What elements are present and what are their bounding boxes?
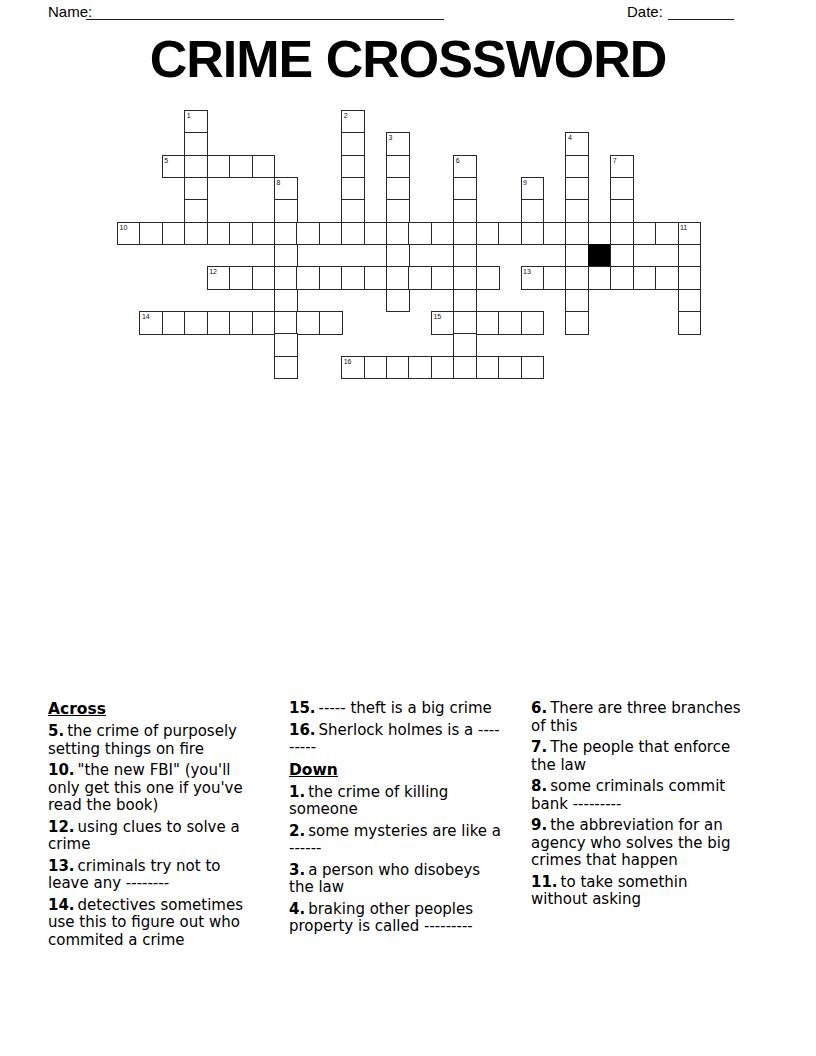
grid-cell[interactable] <box>296 266 320 290</box>
grid-clue-number-11: 11 <box>680 224 687 231</box>
page-title: CRIME CROSSWORD <box>0 31 816 87</box>
grid-cell[interactable] <box>453 244 477 268</box>
grid-cell[interactable] <box>296 222 320 246</box>
grid-clue-number-2: 2 <box>344 112 348 119</box>
clue-text: ----- theft is a big crime <box>319 699 492 717</box>
clue-item-across-10: 10."the new FBI" (you'll only get this o… <box>48 762 260 815</box>
clue-item-down-9: 9.the abbreviation for an agency who sol… <box>531 817 743 870</box>
grid-cell[interactable] <box>386 222 410 246</box>
black-cell <box>588 244 612 268</box>
grid-cell[interactable] <box>229 266 253 290</box>
grid-cell[interactable] <box>565 311 589 335</box>
clue-item-across-16: 16.Sherlock holmes is a --------- <box>289 722 501 757</box>
grid-cell[interactable] <box>588 266 612 290</box>
grid-cell[interactable] <box>364 266 388 290</box>
clue-item-down-7: 7.The people that enforce the law <box>531 739 743 774</box>
grid-cell[interactable] <box>521 199 545 223</box>
grid-cell[interactable] <box>453 356 477 380</box>
grid-cell[interactable] <box>678 311 702 335</box>
grid-cell[interactable] <box>521 222 545 246</box>
grid-cell[interactable] <box>476 222 500 246</box>
grid-cell[interactable] <box>207 222 231 246</box>
grid-cell[interactable] <box>252 155 276 179</box>
grid-cell[interactable] <box>274 199 298 223</box>
grid-cell[interactable] <box>341 177 365 201</box>
clue-number-label: 1. <box>289 783 305 801</box>
grid-cell[interactable] <box>274 333 298 357</box>
grid-clue-number-4: 4 <box>568 134 572 141</box>
grid-cell[interactable] <box>364 356 388 380</box>
clue-number-label: 4. <box>289 900 305 918</box>
grid-cell[interactable] <box>386 266 410 290</box>
clue-number-label: 3. <box>289 861 305 879</box>
grid-cell[interactable] <box>162 311 186 335</box>
grid-cell[interactable] <box>386 177 410 201</box>
grid-cell[interactable] <box>319 266 343 290</box>
grid-cell[interactable] <box>521 356 545 380</box>
clue-text: some criminals commit bank --------- <box>531 777 725 813</box>
clue-item-across-5: 5.the crime of purposely setting things … <box>48 723 260 758</box>
clue-text: "the new FBI" (you'll only get this one … <box>48 761 243 814</box>
grid-cell[interactable] <box>610 222 634 246</box>
grid-cell[interactable] <box>633 266 657 290</box>
grid-clue-number-5: 5 <box>164 157 168 164</box>
clues-column-2: 15.----- theft is a big crime 16.Sherloc… <box>289 700 501 940</box>
clue-item-down-1: 1.the crime of killing someone <box>289 784 501 819</box>
grid-cell[interactable] <box>543 222 567 246</box>
crossword-grid: 12345678910111213141516 <box>117 110 703 380</box>
clue-text: Sherlock holmes is a --------- <box>289 721 500 757</box>
clue-number-label: 12. <box>48 818 75 836</box>
clue-number-label: 14. <box>48 896 75 914</box>
clue-item-across-12: 12.using clues to solve a crime <box>48 819 260 854</box>
grid-cell[interactable] <box>252 311 276 335</box>
clue-text: The people that enforce the law <box>531 738 730 774</box>
grid-cell[interactable] <box>184 222 208 246</box>
grid-cell[interactable] <box>274 266 298 290</box>
grid-cell[interactable] <box>498 311 522 335</box>
clue-text: There are three branches of this <box>531 699 741 735</box>
grid-clue-number-12: 12 <box>209 268 217 275</box>
grid-clue-number-13: 13 <box>523 268 531 275</box>
clue-item-down-3: 3.a person who disobeys the law <box>289 862 501 897</box>
grid-cell[interactable] <box>162 222 186 246</box>
grid-clue-number-7: 7 <box>613 157 617 164</box>
grid-cell[interactable] <box>139 222 163 246</box>
clue-text: the crime of killing someone <box>289 783 448 819</box>
grid-cell[interactable] <box>498 356 522 380</box>
grid-cell[interactable] <box>386 155 410 179</box>
clue-item-down-4: 4.braking other peoples property is call… <box>289 901 501 936</box>
clue-item-down-2: 2.some mysteries are like a ------ <box>289 823 501 858</box>
grid-cell[interactable] <box>610 266 634 290</box>
grid-cell[interactable] <box>565 266 589 290</box>
grid-cell[interactable] <box>565 222 589 246</box>
clue-text: the crime of purposely setting things on… <box>48 722 237 758</box>
grid-cell[interactable] <box>386 199 410 223</box>
grid-cell[interactable] <box>296 311 320 335</box>
grid-cell[interactable] <box>610 244 634 268</box>
clue-text: the abbreviation for an agency who solve… <box>531 816 731 869</box>
clues-column-1: Across 5.the crime of purposely setting … <box>48 700 260 953</box>
grid-cell[interactable] <box>184 311 208 335</box>
grid-cell[interactable] <box>386 356 410 380</box>
grid-cell[interactable] <box>678 289 702 313</box>
grid-clue-number-16: 16 <box>344 358 352 365</box>
clue-text: a person who disobeys the law <box>289 861 480 897</box>
clue-number-label: 5. <box>48 722 64 740</box>
name-input-line[interactable] <box>86 4 444 20</box>
grid-cell[interactable] <box>610 177 634 201</box>
clue-number-label: 8. <box>531 777 547 795</box>
clue-item-across-15: 15.----- theft is a big crime <box>289 700 501 718</box>
grid-cell[interactable] <box>274 311 298 335</box>
grid-cell[interactable] <box>341 222 365 246</box>
grid-cell[interactable] <box>341 132 365 156</box>
grid-cell[interactable] <box>341 199 365 223</box>
grid-cell[interactable] <box>341 266 365 290</box>
grid-cell[interactable] <box>565 177 589 201</box>
clue-text: detectives sometimes use this to figure … <box>48 896 243 949</box>
grid-cell[interactable] <box>252 222 276 246</box>
grid-cell[interactable] <box>476 266 500 290</box>
grid-cell[interactable] <box>386 289 410 313</box>
clue-number-label: 13. <box>48 857 75 875</box>
grid-cell[interactable] <box>431 356 455 380</box>
grid-clue-number-9: 9 <box>523 179 527 186</box>
date-input-line[interactable] <box>668 4 734 20</box>
grid-cell[interactable] <box>319 311 343 335</box>
clue-item-down-11: 11.to take somethin without asking <box>531 874 743 909</box>
grid-cell[interactable] <box>184 155 208 179</box>
clue-number-label: 9. <box>531 816 547 834</box>
grid-cell[interactable] <box>252 266 276 290</box>
grid-cell[interactable] <box>386 244 410 268</box>
clue-text: braking other peoples property is called… <box>289 900 473 936</box>
grid-cell[interactable] <box>274 244 298 268</box>
grid-clue-number-14: 14 <box>142 313 150 320</box>
grid-cell[interactable] <box>184 177 208 201</box>
grid-cell[interactable] <box>453 266 477 290</box>
grid-cell[interactable] <box>341 155 365 179</box>
grid-cell[interactable] <box>184 199 208 223</box>
grid-clue-number-6: 6 <box>456 157 460 164</box>
down-header: Down <box>289 761 501 779</box>
grid-cell[interactable] <box>453 199 477 223</box>
grid-cell[interactable] <box>633 222 657 246</box>
clue-number-label: 11. <box>531 873 558 891</box>
grid-cell[interactable] <box>565 155 589 179</box>
clue-item-across-13: 13.criminals try not to leave any ------… <box>48 858 260 893</box>
grid-cell[interactable] <box>498 222 522 246</box>
grid-cell[interactable] <box>453 222 477 246</box>
grid-cell[interactable] <box>476 356 500 380</box>
clues-column-3: 6.There are three branches of this 7.The… <box>531 700 743 913</box>
grid-cell[interactable] <box>588 222 612 246</box>
grid-cell[interactable] <box>678 266 702 290</box>
grid-cell[interactable] <box>274 356 298 380</box>
grid-cell[interactable] <box>565 289 589 313</box>
clue-text: some mysteries are like a ------ <box>289 822 501 858</box>
grid-cell[interactable] <box>319 222 343 246</box>
grid-cell[interactable] <box>565 244 589 268</box>
grid-cell[interactable] <box>655 222 679 246</box>
clue-number-label: 2. <box>289 822 305 840</box>
grid-cell[interactable] <box>453 311 477 335</box>
grid-cell[interactable] <box>207 311 231 335</box>
grid-cell[interactable] <box>229 222 253 246</box>
date-label: Date: <box>627 3 663 20</box>
grid-cell[interactable] <box>408 356 432 380</box>
grid-cell[interactable] <box>678 244 702 268</box>
clue-number-label: 16. <box>289 721 316 739</box>
grid-cell[interactable] <box>610 199 634 223</box>
grid-cell[interactable] <box>274 289 298 313</box>
grid-clue-number-10: 10 <box>120 224 128 231</box>
clue-text: using clues to solve a crime <box>48 818 240 854</box>
grid-cell[interactable] <box>476 311 500 335</box>
grid-cell[interactable] <box>453 333 477 357</box>
grid-cell[interactable] <box>431 266 455 290</box>
grid-cell[interactable] <box>565 199 589 223</box>
clue-item-down-8: 8.some criminals commit bank --------- <box>531 778 743 813</box>
grid-cell[interactable] <box>521 311 545 335</box>
clue-item-down-6: 6.There are three branches of this <box>531 700 743 735</box>
grid-cell[interactable] <box>655 266 679 290</box>
grid-clue-number-3: 3 <box>389 134 393 141</box>
grid-cell[interactable] <box>229 311 253 335</box>
grid-cell[interactable] <box>431 222 455 246</box>
grid-clue-number-1: 1 <box>187 112 191 119</box>
grid-clue-number-15: 15 <box>433 313 441 320</box>
clue-number-label: 15. <box>289 699 316 717</box>
clue-number-label: 6. <box>531 699 547 717</box>
clue-number-label: 7. <box>531 738 547 756</box>
grid-cell[interactable] <box>274 222 298 246</box>
grid-cell[interactable] <box>207 155 231 179</box>
clue-number-label: 10. <box>48 761 75 779</box>
grid-cell[interactable] <box>229 155 253 179</box>
grid-cell[interactable] <box>453 177 477 201</box>
across-header: Across <box>48 700 260 718</box>
grid-cell[interactable] <box>408 222 432 246</box>
clue-item-across-14: 14.detectives sometimes use this to figu… <box>48 897 260 950</box>
grid-cell[interactable] <box>543 266 567 290</box>
grid-clue-number-8: 8 <box>276 179 280 186</box>
grid-cell[interactable] <box>184 132 208 156</box>
grid-cell[interactable] <box>408 266 432 290</box>
grid-cell[interactable] <box>453 289 477 313</box>
grid-cell[interactable] <box>364 222 388 246</box>
